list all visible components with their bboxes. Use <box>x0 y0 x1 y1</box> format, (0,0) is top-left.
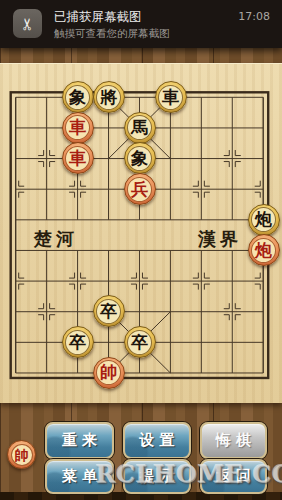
piece-black-卒-3-7[interactable]: 卒 <box>93 295 125 327</box>
notification-time: 17:08 <box>238 10 270 23</box>
piece-black-象-2-0[interactable]: 象 <box>62 81 94 113</box>
turn-indicator-glyph: 帥 <box>11 444 33 466</box>
piece-glyph: 象 <box>65 85 90 110</box>
piece-black-炮-8-4[interactable]: 炮 <box>248 204 280 236</box>
piece-glyph: 卒 <box>65 330 90 355</box>
piece-black-卒-2-8[interactable]: 卒 <box>62 326 94 358</box>
settings-button[interactable]: 设置 <box>123 422 191 459</box>
restart-button[interactable]: 重来 <box>45 422 114 459</box>
screenshot-notification[interactable]: ✂ 已捕获屏幕截图 触摸可查看您的屏幕截图 17:08 <box>0 0 282 48</box>
watermark: RCLHOME.COM <box>96 460 282 489</box>
piece-glyph: 卒 <box>96 299 121 324</box>
notification-title: 已捕获屏幕截图 <box>54 9 142 26</box>
turn-indicator-red: 帥 <box>7 440 36 469</box>
undo-button[interactable]: 悔棋 <box>200 422 267 459</box>
pieces-layer: 象將車車馬車象兵炮炮卒卒卒帥 <box>0 82 279 388</box>
piece-red-炮-8-5[interactable]: 炮 <box>248 234 280 266</box>
piece-glyph: 炮 <box>251 207 276 232</box>
piece-red-車-2-1[interactable]: 車 <box>62 112 94 144</box>
piece-glyph: 炮 <box>251 238 276 263</box>
piece-black-馬-4-1[interactable]: 馬 <box>124 112 156 144</box>
piece-glyph: 卒 <box>127 330 152 355</box>
piece-black-象-4-2[interactable]: 象 <box>124 142 156 174</box>
piece-red-兵-4-3[interactable]: 兵 <box>124 173 156 205</box>
notification-subtitle: 触摸可查看您的屏幕截图 <box>54 27 170 41</box>
piece-glyph: 象 <box>127 146 152 171</box>
piece-black-將-3-0[interactable]: 將 <box>93 81 125 113</box>
piece-glyph: 馬 <box>127 115 152 140</box>
piece-glyph: 車 <box>158 85 183 110</box>
piece-black-卒-4-8[interactable]: 卒 <box>124 326 156 358</box>
app-screen: 楚河 漢界 象將車車馬車象兵炮炮卒卒卒帥 帥 重来 设置 悔棋 菜单 提示 返回… <box>0 0 282 500</box>
piece-glyph: 將 <box>96 85 121 110</box>
scissors-icon: ✂ <box>13 9 42 38</box>
piece-glyph: 車 <box>65 146 90 171</box>
piece-red-帥-3-9[interactable]: 帥 <box>93 357 125 389</box>
piece-black-車-5-0[interactable]: 車 <box>155 81 187 113</box>
piece-glyph: 兵 <box>127 177 152 202</box>
piece-glyph: 帥 <box>96 360 121 385</box>
piece-glyph: 車 <box>65 115 90 140</box>
piece-red-車-2-2[interactable]: 車 <box>62 142 94 174</box>
